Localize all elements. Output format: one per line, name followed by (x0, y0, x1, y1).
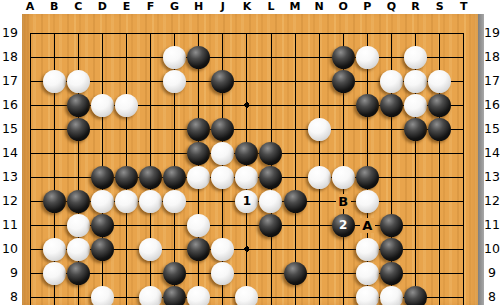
point-L9[interactable] (259, 261, 283, 285)
stone-black-K14[interactable] (235, 142, 258, 165)
point-S10[interactable] (428, 237, 452, 261)
stone-black-C12[interactable] (67, 190, 90, 213)
point-E15[interactable] (114, 117, 138, 141)
point-L12[interactable] (259, 189, 283, 213)
point-T19[interactable] (452, 21, 476, 45)
point-E9[interactable] (114, 261, 138, 285)
point-R15[interactable] (403, 117, 427, 141)
point-O15[interactable] (331, 117, 355, 141)
point-E8[interactable] (114, 285, 138, 305)
stone-white-D12[interactable] (91, 190, 114, 213)
stone-black-M12[interactable] (284, 190, 307, 213)
stone-black-J17[interactable] (211, 70, 234, 93)
point-A16[interactable] (18, 93, 42, 117)
point-P19[interactable] (355, 21, 379, 45)
stone-white-F12[interactable] (139, 190, 162, 213)
point-T16[interactable] (452, 93, 476, 117)
point-K11[interactable] (235, 213, 259, 237)
point-K12[interactable]: 1 (235, 189, 259, 213)
point-P16[interactable] (355, 93, 379, 117)
point-R8[interactable] (403, 285, 427, 305)
point-T17[interactable] (452, 69, 476, 93)
point-P12[interactable] (355, 189, 379, 213)
point-O11[interactable]: 2 (331, 213, 355, 237)
point-D10[interactable] (90, 237, 114, 261)
point-L19[interactable] (259, 21, 283, 45)
stone-white-J9[interactable] (211, 262, 234, 285)
point-G10[interactable] (163, 237, 187, 261)
point-N10[interactable] (307, 237, 331, 261)
point-H13[interactable] (187, 165, 211, 189)
stone-black-R8[interactable] (404, 286, 427, 305)
point-Q19[interactable] (379, 21, 403, 45)
point-K14[interactable] (235, 141, 259, 165)
stone-white-H8[interactable] (187, 286, 210, 305)
point-N11[interactable] (307, 213, 331, 237)
point-D13[interactable] (90, 165, 114, 189)
point-R10[interactable] (403, 237, 427, 261)
point-B12[interactable] (42, 189, 66, 213)
stone-black-C15[interactable] (67, 118, 90, 141)
point-L14[interactable] (259, 141, 283, 165)
point-E14[interactable] (114, 141, 138, 165)
stone-white-P10[interactable] (356, 238, 379, 261)
point-L17[interactable] (259, 69, 283, 93)
stone-white-D16[interactable] (91, 94, 114, 117)
stone-white-G18[interactable] (163, 46, 186, 69)
point-P17[interactable] (355, 69, 379, 93)
point-D19[interactable] (90, 21, 114, 45)
point-G9[interactable] (163, 261, 187, 285)
point-B11[interactable] (42, 213, 66, 237)
point-S16[interactable] (428, 93, 452, 117)
stone-white-L12[interactable] (259, 190, 282, 213)
point-H9[interactable] (187, 261, 211, 285)
stone-black-C16[interactable] (67, 94, 90, 117)
point-E10[interactable] (114, 237, 138, 261)
point-A9[interactable] (18, 261, 42, 285)
point-H19[interactable] (187, 21, 211, 45)
point-K18[interactable] (235, 45, 259, 69)
point-M10[interactable] (283, 237, 307, 261)
point-L15[interactable] (259, 117, 283, 141)
point-G18[interactable] (163, 45, 187, 69)
point-G15[interactable] (163, 117, 187, 141)
point-M12[interactable] (283, 189, 307, 213)
point-F8[interactable] (138, 285, 162, 305)
point-R9[interactable] (403, 261, 427, 285)
point-H12[interactable] (187, 189, 211, 213)
point-P11[interactable]: A (355, 213, 379, 237)
point-H17[interactable] (187, 69, 211, 93)
stone-white-Q17[interactable] (380, 70, 403, 93)
point-M17[interactable] (283, 69, 307, 93)
point-R17[interactable] (403, 69, 427, 93)
point-M11[interactable] (283, 213, 307, 237)
point-G16[interactable] (163, 93, 187, 117)
point-A14[interactable] (18, 141, 42, 165)
point-L18[interactable] (259, 45, 283, 69)
point-K16[interactable] (235, 93, 259, 117)
point-H16[interactable] (187, 93, 211, 117)
point-T8[interactable] (452, 285, 476, 305)
point-P10[interactable] (355, 237, 379, 261)
point-N14[interactable] (307, 141, 331, 165)
point-G13[interactable] (163, 165, 187, 189)
point-T18[interactable] (452, 45, 476, 69)
point-E13[interactable] (114, 165, 138, 189)
point-H14[interactable] (187, 141, 211, 165)
point-M14[interactable] (283, 141, 307, 165)
point-R19[interactable] (403, 21, 427, 45)
stone-white-G17[interactable] (163, 70, 186, 93)
point-B17[interactable] (42, 69, 66, 93)
point-F11[interactable] (138, 213, 162, 237)
point-M9[interactable] (283, 261, 307, 285)
stone-white-P8[interactable] (356, 286, 379, 305)
point-M13[interactable] (283, 165, 307, 189)
point-S9[interactable] (428, 261, 452, 285)
point-H11[interactable] (187, 213, 211, 237)
point-G12[interactable] (163, 189, 187, 213)
stone-white-J13[interactable] (211, 166, 234, 189)
point-N17[interactable] (307, 69, 331, 93)
point-J8[interactable] (211, 285, 235, 305)
stone-white-K8[interactable] (235, 286, 258, 305)
point-O10[interactable] (331, 237, 355, 261)
stone-black-H14[interactable] (187, 142, 210, 165)
point-A17[interactable] (18, 69, 42, 93)
point-S17[interactable] (428, 69, 452, 93)
stone-black-O11[interactable]: 2 (332, 214, 355, 237)
point-C15[interactable] (66, 117, 90, 141)
point-Q17[interactable] (379, 69, 403, 93)
point-C17[interactable] (66, 69, 90, 93)
point-Q16[interactable] (379, 93, 403, 117)
stone-white-F8[interactable] (139, 286, 162, 305)
stone-black-F13[interactable] (139, 166, 162, 189)
point-C13[interactable] (66, 165, 90, 189)
point-N9[interactable] (307, 261, 331, 285)
point-L10[interactable] (259, 237, 283, 261)
point-letter-B[interactable]: B (336, 194, 351, 209)
point-D12[interactable] (90, 189, 114, 213)
point-B13[interactable] (42, 165, 66, 189)
point-Q8[interactable] (379, 285, 403, 305)
point-M15[interactable] (283, 117, 307, 141)
point-P8[interactable] (355, 285, 379, 305)
point-P15[interactable] (355, 117, 379, 141)
point-F18[interactable] (138, 45, 162, 69)
point-E11[interactable] (114, 213, 138, 237)
point-T12[interactable] (452, 189, 476, 213)
point-Q18[interactable] (379, 45, 403, 69)
point-letter-A[interactable]: A (360, 218, 375, 233)
point-N13[interactable] (307, 165, 331, 189)
stone-white-K13[interactable] (235, 166, 258, 189)
point-A11[interactable] (18, 213, 42, 237)
stone-black-H18[interactable] (187, 46, 210, 69)
point-D18[interactable] (90, 45, 114, 69)
point-T15[interactable] (452, 117, 476, 141)
point-O19[interactable] (331, 21, 355, 45)
point-S15[interactable] (428, 117, 452, 141)
stone-black-D11[interactable] (91, 214, 114, 237)
point-F15[interactable] (138, 117, 162, 141)
point-B10[interactable] (42, 237, 66, 261)
point-A19[interactable] (18, 21, 42, 45)
stone-white-P12[interactable] (356, 190, 379, 213)
point-A13[interactable] (18, 165, 42, 189)
point-Q9[interactable] (379, 261, 403, 285)
point-M18[interactable] (283, 45, 307, 69)
point-T9[interactable] (452, 261, 476, 285)
stone-white-D8[interactable] (91, 286, 114, 305)
stone-black-S16[interactable] (428, 94, 451, 117)
point-O16[interactable] (331, 93, 355, 117)
point-A15[interactable] (18, 117, 42, 141)
point-D8[interactable] (90, 285, 114, 305)
point-T13[interactable] (452, 165, 476, 189)
stone-black-B12[interactable] (43, 190, 66, 213)
point-C11[interactable] (66, 213, 90, 237)
point-N16[interactable] (307, 93, 331, 117)
stone-black-H10[interactable] (187, 238, 210, 261)
stone-white-Q8[interactable] (380, 286, 403, 305)
stone-white-E16[interactable] (115, 94, 138, 117)
point-J9[interactable] (211, 261, 235, 285)
point-J15[interactable] (211, 117, 235, 141)
point-J11[interactable] (211, 213, 235, 237)
stone-black-J15[interactable] (211, 118, 234, 141)
point-K15[interactable] (235, 117, 259, 141)
point-K19[interactable] (235, 21, 259, 45)
point-B15[interactable] (42, 117, 66, 141)
point-C19[interactable] (66, 21, 90, 45)
stone-black-Q9[interactable] (380, 262, 403, 285)
point-F10[interactable] (138, 237, 162, 261)
stone-white-S17[interactable] (428, 70, 451, 93)
point-C12[interactable] (66, 189, 90, 213)
stone-black-O18[interactable] (332, 46, 355, 69)
point-K10[interactable] (235, 237, 259, 261)
stone-black-C9[interactable] (67, 262, 90, 285)
point-G19[interactable] (163, 21, 187, 45)
stone-black-P13[interactable] (356, 166, 379, 189)
stone-black-L13[interactable] (259, 166, 282, 189)
point-N12[interactable] (307, 189, 331, 213)
stone-white-F10[interactable] (139, 238, 162, 261)
stone-black-G9[interactable] (163, 262, 186, 285)
point-R13[interactable] (403, 165, 427, 189)
point-L13[interactable] (259, 165, 283, 189)
point-S18[interactable] (428, 45, 452, 69)
point-G8[interactable] (163, 285, 187, 305)
point-S11[interactable] (428, 213, 452, 237)
point-G17[interactable] (163, 69, 187, 93)
point-S12[interactable] (428, 189, 452, 213)
point-O12[interactable]: B (331, 189, 355, 213)
point-J12[interactable] (211, 189, 235, 213)
point-J17[interactable] (211, 69, 235, 93)
stone-white-H13[interactable] (187, 166, 210, 189)
point-T11[interactable] (452, 213, 476, 237)
point-P13[interactable] (355, 165, 379, 189)
point-G11[interactable] (163, 213, 187, 237)
point-Q10[interactable] (379, 237, 403, 261)
stone-black-Q16[interactable] (380, 94, 403, 117)
point-F14[interactable] (138, 141, 162, 165)
point-O17[interactable] (331, 69, 355, 93)
point-K13[interactable] (235, 165, 259, 189)
point-J19[interactable] (211, 21, 235, 45)
point-D17[interactable] (90, 69, 114, 93)
point-K9[interactable] (235, 261, 259, 285)
stone-white-R17[interactable] (404, 70, 427, 93)
point-A8[interactable] (18, 285, 42, 305)
point-T10[interactable] (452, 237, 476, 261)
point-F19[interactable] (138, 21, 162, 45)
stone-black-M9[interactable] (284, 262, 307, 285)
point-A10[interactable] (18, 237, 42, 261)
point-K8[interactable] (235, 285, 259, 305)
point-H8[interactable] (187, 285, 211, 305)
stone-white-N15[interactable] (308, 118, 331, 141)
stone-black-Q11[interactable] (380, 214, 403, 237)
point-J18[interactable] (211, 45, 235, 69)
point-L11[interactable] (259, 213, 283, 237)
point-D14[interactable] (90, 141, 114, 165)
stone-white-C11[interactable] (67, 214, 90, 237)
point-N8[interactable] (307, 285, 331, 305)
stone-black-D13[interactable] (91, 166, 114, 189)
point-F13[interactable] (138, 165, 162, 189)
stone-white-K12[interactable]: 1 (235, 190, 258, 213)
point-N15[interactable] (307, 117, 331, 141)
point-E12[interactable] (114, 189, 138, 213)
point-Q14[interactable] (379, 141, 403, 165)
stone-black-G13[interactable] (163, 166, 186, 189)
point-H10[interactable] (187, 237, 211, 261)
go-board[interactable]: 1B2A (22, 14, 478, 305)
point-R12[interactable] (403, 189, 427, 213)
point-M19[interactable] (283, 21, 307, 45)
point-G14[interactable] (163, 141, 187, 165)
point-C16[interactable] (66, 93, 90, 117)
point-C18[interactable] (66, 45, 90, 69)
point-C10[interactable] (66, 237, 90, 261)
point-C8[interactable] (66, 285, 90, 305)
stone-white-G12[interactable] (163, 190, 186, 213)
stone-white-E12[interactable] (115, 190, 138, 213)
point-S19[interactable] (428, 21, 452, 45)
point-C14[interactable] (66, 141, 90, 165)
stone-black-O17[interactable] (332, 70, 355, 93)
point-F9[interactable] (138, 261, 162, 285)
point-O18[interactable] (331, 45, 355, 69)
stone-black-P16[interactable] (356, 94, 379, 117)
stone-black-L14[interactable] (259, 142, 282, 165)
stone-white-P9[interactable] (356, 262, 379, 285)
point-B9[interactable] (42, 261, 66, 285)
point-J16[interactable] (211, 93, 235, 117)
point-Q11[interactable] (379, 213, 403, 237)
point-C9[interactable] (66, 261, 90, 285)
stone-black-H15[interactable] (187, 118, 210, 141)
point-F12[interactable] (138, 189, 162, 213)
point-B16[interactable] (42, 93, 66, 117)
point-B19[interactable] (42, 21, 66, 45)
point-B8[interactable] (42, 285, 66, 305)
point-J10[interactable] (211, 237, 235, 261)
point-F17[interactable] (138, 69, 162, 93)
point-H15[interactable] (187, 117, 211, 141)
point-H18[interactable] (187, 45, 211, 69)
stone-black-L11[interactable] (259, 214, 282, 237)
point-D15[interactable] (90, 117, 114, 141)
point-Q12[interactable] (379, 189, 403, 213)
point-N19[interactable] (307, 21, 331, 45)
stone-white-C10[interactable] (67, 238, 90, 261)
stone-white-B9[interactable] (43, 262, 66, 285)
point-R16[interactable] (403, 93, 427, 117)
point-T14[interactable] (452, 141, 476, 165)
stone-black-S15[interactable] (428, 118, 451, 141)
point-E18[interactable] (114, 45, 138, 69)
point-S13[interactable] (428, 165, 452, 189)
stone-black-G8[interactable] (163, 286, 186, 305)
point-M16[interactable] (283, 93, 307, 117)
point-Q13[interactable] (379, 165, 403, 189)
point-Q15[interactable] (379, 117, 403, 141)
point-S14[interactable] (428, 141, 452, 165)
stone-black-R15[interactable] (404, 118, 427, 141)
point-P9[interactable] (355, 261, 379, 285)
stone-white-R16[interactable] (404, 94, 427, 117)
point-L16[interactable] (259, 93, 283, 117)
point-D9[interactable] (90, 261, 114, 285)
point-B18[interactable] (42, 45, 66, 69)
stone-white-J14[interactable] (211, 142, 234, 165)
point-L8[interactable] (259, 285, 283, 305)
stone-white-N13[interactable] (308, 166, 331, 189)
point-A12[interactable] (18, 189, 42, 213)
stone-white-B10[interactable] (43, 238, 66, 261)
stone-black-D10[interactable] (91, 238, 114, 261)
point-P14[interactable] (355, 141, 379, 165)
point-M8[interactable] (283, 285, 307, 305)
stone-black-Q10[interactable] (380, 238, 403, 261)
stone-white-C17[interactable] (67, 70, 90, 93)
point-E17[interactable] (114, 69, 138, 93)
point-N18[interactable] (307, 45, 331, 69)
point-S8[interactable] (428, 285, 452, 305)
point-K17[interactable] (235, 69, 259, 93)
point-J14[interactable] (211, 141, 235, 165)
stone-white-B17[interactable] (43, 70, 66, 93)
point-F16[interactable] (138, 93, 162, 117)
point-P18[interactable] (355, 45, 379, 69)
point-D11[interactable] (90, 213, 114, 237)
point-D16[interactable] (90, 93, 114, 117)
point-A18[interactable] (18, 45, 42, 69)
point-O13[interactable] (331, 165, 355, 189)
point-J13[interactable] (211, 165, 235, 189)
stone-white-H11[interactable] (187, 214, 210, 237)
stone-white-P18[interactable] (356, 46, 379, 69)
point-R18[interactable] (403, 45, 427, 69)
stone-white-R18[interactable] (404, 46, 427, 69)
